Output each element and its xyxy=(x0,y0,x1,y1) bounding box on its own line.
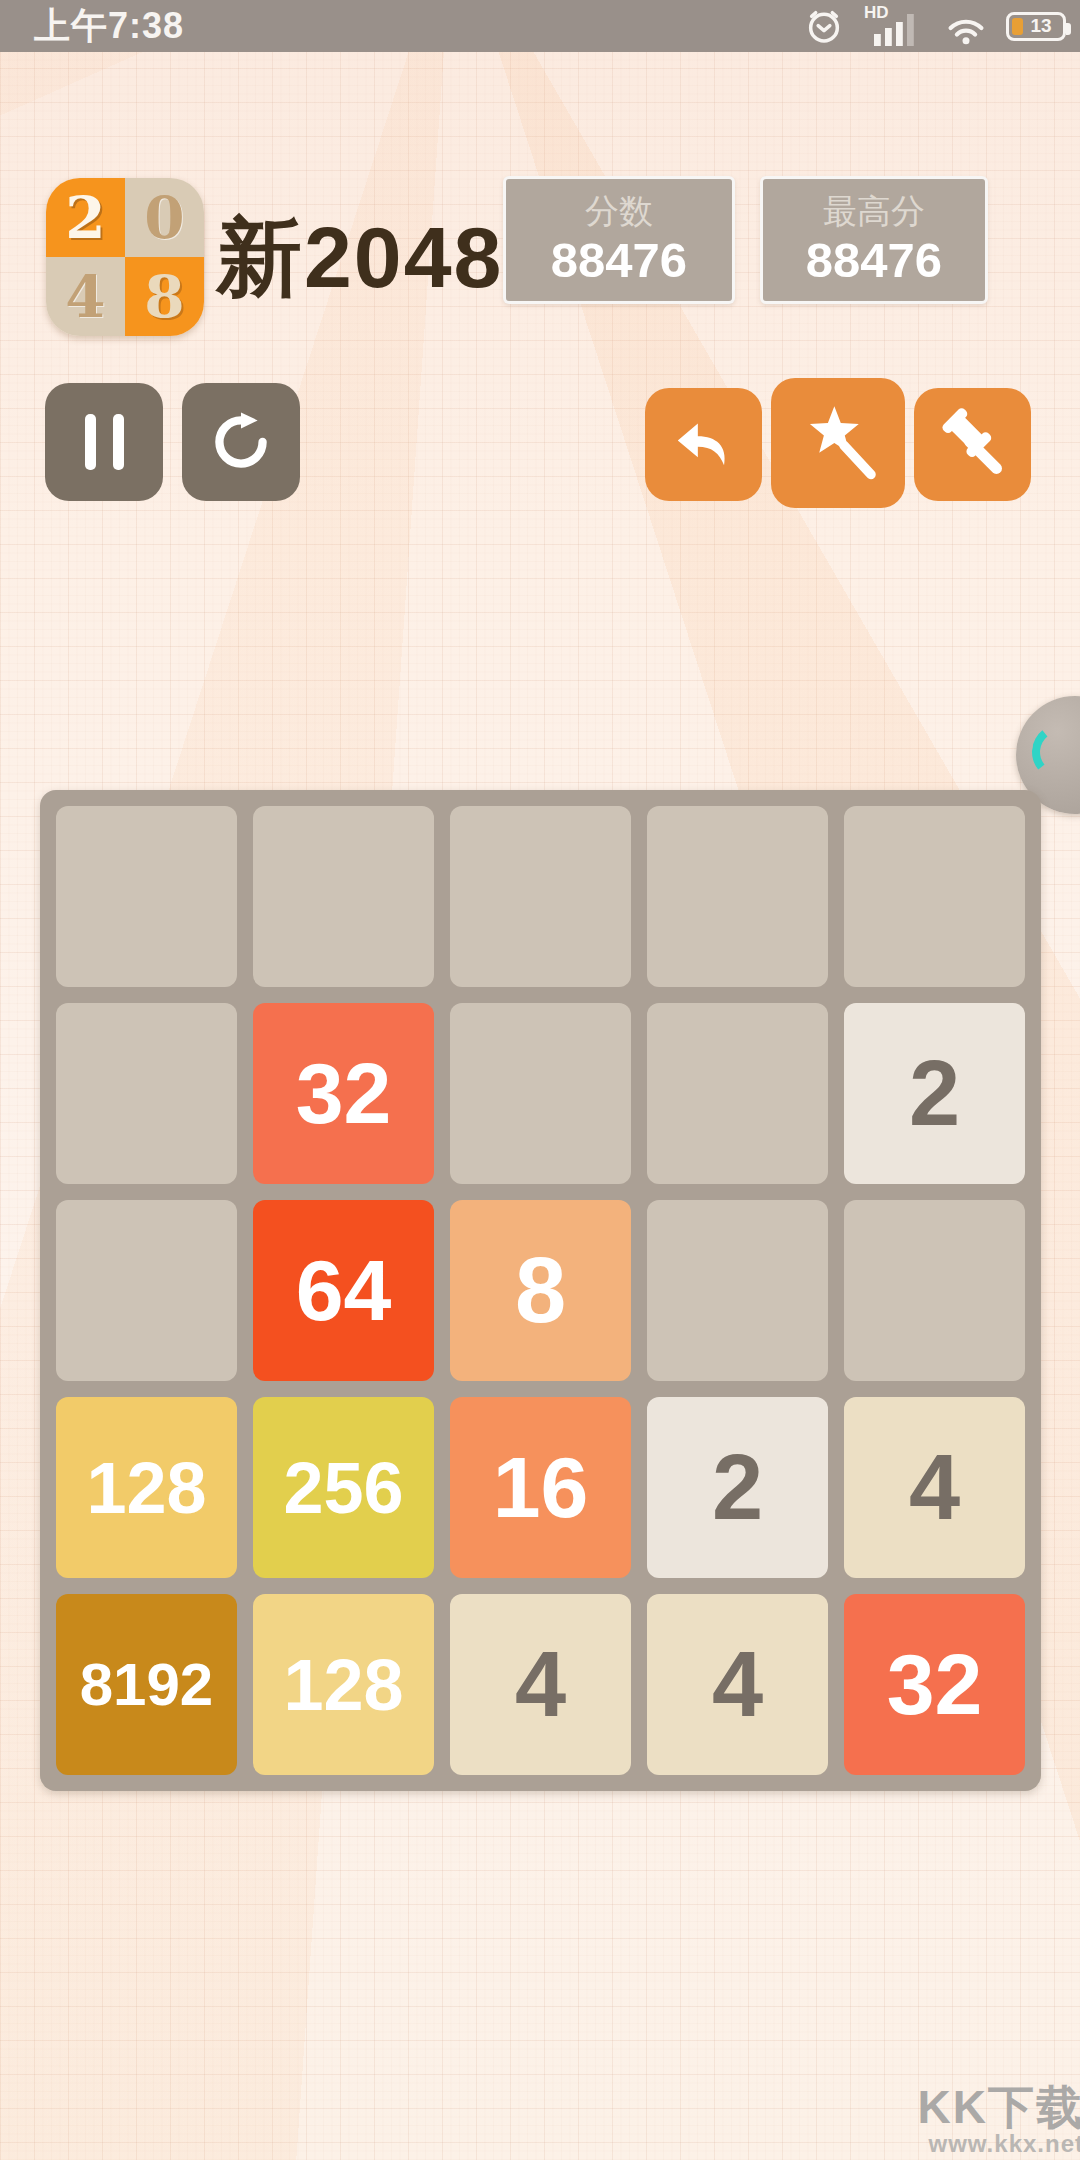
empty-cell xyxy=(647,806,828,987)
battery-nub xyxy=(1066,23,1071,35)
magic-wand-button[interactable] xyxy=(771,378,905,508)
battery-icon: 13 xyxy=(1006,12,1066,41)
score-value: 88476 xyxy=(551,232,687,288)
empty-cell xyxy=(56,1003,237,1184)
tile-64: 64 xyxy=(253,1200,434,1381)
pause-icon xyxy=(85,414,124,470)
status-icons: HD 13 xyxy=(804,4,1066,48)
empty-cell xyxy=(56,806,237,987)
battery-fill xyxy=(1012,18,1023,35)
logo-digit-2: 2 xyxy=(46,178,125,257)
hammer-button[interactable] xyxy=(914,388,1031,501)
magic-wand-icon xyxy=(794,399,882,487)
logo-digit-4: 4 xyxy=(46,257,125,336)
tile-2: 2 xyxy=(844,1003,1025,1184)
status-bar: 上午7:38 HD xyxy=(0,0,1080,52)
empty-cell xyxy=(450,806,631,987)
logo-digit-0: 0 xyxy=(125,178,204,257)
watermark: KK下载 www.kkx.net xyxy=(918,2083,1080,2156)
score-box: 分数 88476 xyxy=(503,176,735,304)
undo-button[interactable] xyxy=(645,388,762,501)
best-score-value: 88476 xyxy=(806,232,942,288)
tile-8: 8 xyxy=(450,1200,631,1381)
score-label: 分数 xyxy=(585,191,653,232)
tile-256: 256 xyxy=(253,1397,434,1578)
clock-time: 上午7:38 xyxy=(34,2,184,51)
tile-32: 32 xyxy=(253,1003,434,1184)
tile-128: 128 xyxy=(56,1397,237,1578)
app-title: 新2048 xyxy=(216,200,503,317)
restart-icon xyxy=(204,405,278,479)
tile-32: 32 xyxy=(844,1594,1025,1775)
empty-cell xyxy=(844,806,1025,987)
screen: 上午7:38 HD xyxy=(0,0,1080,2160)
undo-arrow-icon xyxy=(667,408,741,482)
empty-cell xyxy=(450,1003,631,1184)
tile-4: 4 xyxy=(450,1594,631,1775)
tile-4: 4 xyxy=(844,1397,1025,1578)
empty-cell xyxy=(844,1200,1025,1381)
game-board[interactable]: 322648128256162481921284432 xyxy=(40,790,1041,1791)
cellular-signal-icon: HD xyxy=(860,4,926,48)
hammer-icon xyxy=(936,408,1010,482)
pause-button[interactable] xyxy=(45,383,163,501)
tile-2: 2 xyxy=(647,1397,828,1578)
tile-4: 4 xyxy=(647,1594,828,1775)
best-score-box: 最高分 88476 xyxy=(760,176,988,304)
empty-cell xyxy=(56,1200,237,1381)
app-logo: 2 0 4 8 xyxy=(46,178,204,336)
watermark-logo-text: KK下载 xyxy=(918,2083,1080,2131)
empty-cell xyxy=(253,806,434,987)
tile-16: 16 xyxy=(450,1397,631,1578)
restart-button[interactable] xyxy=(182,383,300,501)
empty-cell xyxy=(647,1200,828,1381)
watermark-url: www.kkx.net xyxy=(918,2131,1080,2156)
alarm-clock-icon xyxy=(804,5,844,47)
best-score-label: 最高分 xyxy=(823,191,925,232)
tile-128: 128 xyxy=(253,1594,434,1775)
wifi-icon xyxy=(942,5,990,47)
tile-8192: 8192 xyxy=(56,1594,237,1775)
logo-digit-8: 8 xyxy=(125,257,204,336)
assist-teal-arc-icon xyxy=(1029,721,1080,783)
empty-cell xyxy=(647,1003,828,1184)
